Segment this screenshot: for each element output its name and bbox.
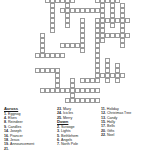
clue-number: 16. xyxy=(4,134,9,138)
clue-column-3: 11.Holiday12.Christmas Tree13.Candy15.Ho… xyxy=(101,107,148,150)
grid-cell[interactable] xyxy=(120,43,125,48)
grid-cell[interactable] xyxy=(100,38,105,43)
clue-item: 21. xyxy=(4,147,57,150)
grid-cell[interactable] xyxy=(110,23,115,28)
grid-cell[interactable] xyxy=(80,48,85,53)
clues-section: Across1.Eggnog4.Elves8.Reindeer9.Candles… xyxy=(4,107,148,150)
clue-item: 7.North Pole xyxy=(57,142,101,146)
grid-cell[interactable] xyxy=(120,73,125,78)
grid-cell[interactable] xyxy=(50,28,55,33)
grid-cell[interactable] xyxy=(115,78,120,83)
clue-number: 12. xyxy=(101,111,106,115)
clue-column-2: 23.Mary24.Icicles25.MerryDown2.Scrooge3.… xyxy=(57,107,101,150)
grid-cell[interactable] xyxy=(125,18,130,23)
clue-number: 17. xyxy=(101,124,106,128)
crossword-grid xyxy=(35,0,130,103)
clue-number: 19. xyxy=(4,142,9,146)
clue-number: 14. xyxy=(4,129,9,133)
clue-number: 5. xyxy=(57,134,60,138)
grid-cell[interactable] xyxy=(60,53,65,58)
clue-number: 21. xyxy=(4,147,9,150)
clue-number: 22. xyxy=(101,133,106,137)
clue-item: 22.Noel xyxy=(101,133,148,137)
clue-text: North Pole xyxy=(61,142,78,146)
clue-number: 3. xyxy=(57,129,60,133)
clue-number: 7. xyxy=(57,142,60,146)
clue-text: Announcement xyxy=(10,142,34,146)
grid-cell[interactable] xyxy=(65,23,70,28)
grid-cell[interactable] xyxy=(95,98,100,103)
grid-cell[interactable] xyxy=(95,88,100,93)
clue-text: Noel xyxy=(107,133,114,137)
grid-cell[interactable] xyxy=(95,78,100,83)
grid-cell[interactable] xyxy=(70,0,75,3)
grid-cell[interactable] xyxy=(125,33,130,38)
clue-number: 8. xyxy=(4,120,7,124)
grid-cell[interactable] xyxy=(105,78,110,83)
clue-column-1: Across1.Eggnog4.Elves8.Reindeer9.Candles… xyxy=(4,107,57,150)
clue-number: 24. xyxy=(57,111,62,115)
